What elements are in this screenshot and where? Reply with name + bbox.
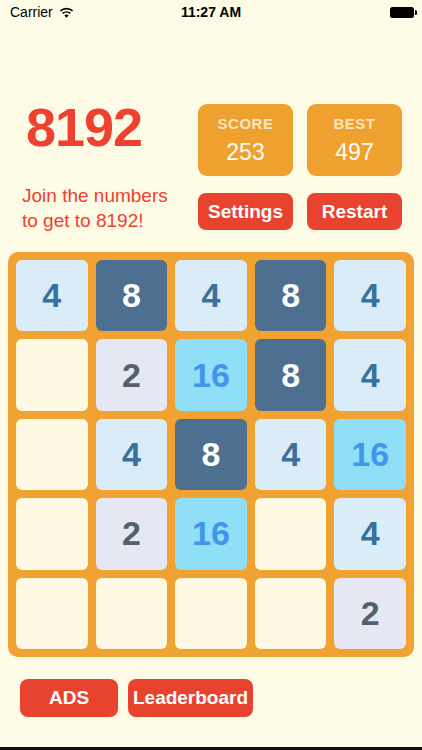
tile-4: 4 [16,260,88,331]
empty-cell [16,498,88,569]
leaderboard-button[interactable]: Leaderboard [128,679,253,717]
score-value: 253 [226,139,264,166]
tile-8: 8 [175,419,247,490]
tagline-line2: to get to 8192! [22,210,144,231]
best-box: BEST 497 [307,104,402,176]
best-label: BEST [333,115,375,132]
tile-4: 4 [96,419,168,490]
board-grid[interactable]: 48484216844841621642 [8,252,414,657]
empty-cell [175,578,247,649]
battery-icon [390,7,414,18]
tagline: Join the numbers to get to 8192! [22,183,207,233]
tile-16: 16 [175,498,247,569]
empty-cell [16,578,88,649]
settings-button[interactable]: Settings [198,193,293,230]
ads-button[interactable]: ADS [20,679,118,717]
tile-4: 4 [175,260,247,331]
wifi-icon [58,6,75,19]
tile-4: 4 [334,260,406,331]
tile-16: 16 [334,419,406,490]
empty-cell [96,578,168,649]
tile-16: 16 [175,339,247,410]
tile-8: 8 [255,339,327,410]
status-bar: 11:27 AM Carrier [0,0,422,22]
empty-cell [16,339,88,410]
tile-8: 8 [255,260,327,331]
tile-2: 2 [96,339,168,410]
score-box: SCORE 253 [198,104,293,176]
empty-cell [255,578,327,649]
tagline-line1: Join the numbers [22,185,168,206]
page-title: 8192 [26,96,186,158]
tile-2: 2 [96,498,168,569]
empty-cell [16,419,88,490]
tile-4: 4 [334,498,406,569]
carrier-label: Carrier [10,4,53,20]
tile-8: 8 [96,260,168,331]
app-screen: 11:27 AM Carrier 8192 Join the numbers t… [0,0,422,750]
empty-cell [255,498,327,569]
score-label: SCORE [218,115,274,132]
best-value: 497 [335,139,373,166]
tile-4: 4 [334,339,406,410]
tile-4: 4 [255,419,327,490]
restart-button[interactable]: Restart [307,193,402,230]
tile-2: 2 [334,578,406,649]
